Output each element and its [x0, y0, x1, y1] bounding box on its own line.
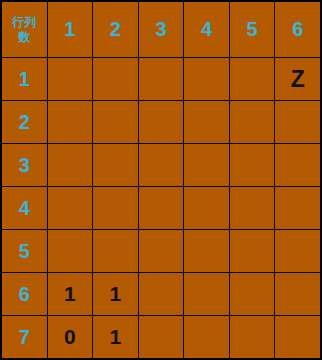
row-header-4: 4	[2, 187, 47, 229]
corner-label-line2: 数	[18, 30, 30, 45]
cell-r7-c6[interactable]	[275, 316, 320, 358]
cell-r3-c4[interactable]	[184, 144, 229, 186]
corner-label-line1: 行列	[12, 15, 36, 30]
cell-r2-c6[interactable]	[275, 101, 320, 143]
cell-r5-c4[interactable]	[184, 230, 229, 272]
cell-r1-c1[interactable]	[48, 58, 93, 100]
row-header-3: 3	[2, 144, 47, 186]
cell-r3-c6[interactable]	[275, 144, 320, 186]
cell-r7-c3[interactable]	[139, 316, 184, 358]
cell-r2-c4[interactable]	[184, 101, 229, 143]
cell-r7-c2[interactable]: 1	[93, 316, 138, 358]
row-header-7: 7	[2, 316, 47, 358]
row-header-5: 5	[2, 230, 47, 272]
cell-r4-c1[interactable]	[48, 187, 93, 229]
col-header-3: 3	[139, 2, 184, 57]
cell-r5-c1[interactable]	[48, 230, 93, 272]
cell-r5-c5[interactable]	[230, 230, 275, 272]
col-header-1: 1	[48, 2, 93, 57]
col-header-5: 5	[230, 2, 275, 57]
cell-r4-c6[interactable]	[275, 187, 320, 229]
cell-r7-c1[interactable]: 0	[48, 316, 93, 358]
cell-r5-c2[interactable]	[93, 230, 138, 272]
cell-r1-c2[interactable]	[93, 58, 138, 100]
cell-r4-c3[interactable]	[139, 187, 184, 229]
cell-r2-c1[interactable]	[48, 101, 93, 143]
cell-r7-c4[interactable]	[184, 316, 229, 358]
cell-r6-c6[interactable]	[275, 273, 320, 315]
cell-r5-c3[interactable]	[139, 230, 184, 272]
cell-r2-c5[interactable]	[230, 101, 275, 143]
cell-r6-c3[interactable]	[139, 273, 184, 315]
cell-r5-c6[interactable]	[275, 230, 320, 272]
cell-r4-c5[interactable]	[230, 187, 275, 229]
row-header-6: 6	[2, 273, 47, 315]
cell-r4-c2[interactable]	[93, 187, 138, 229]
cell-r2-c3[interactable]	[139, 101, 184, 143]
cell-r3-c3[interactable]	[139, 144, 184, 186]
cell-r3-c1[interactable]	[48, 144, 93, 186]
cell-r2-c2[interactable]	[93, 101, 138, 143]
puzzle-board: 行列数1234561Z2345611701	[0, 0, 322, 360]
cell-r6-c1[interactable]: 1	[48, 273, 93, 315]
cell-r3-c5[interactable]	[230, 144, 275, 186]
cell-r7-c5[interactable]	[230, 316, 275, 358]
cell-r1-c4[interactable]	[184, 58, 229, 100]
corner-label-cell: 行列数	[2, 2, 47, 57]
cell-r6-c2[interactable]: 1	[93, 273, 138, 315]
col-header-2: 2	[93, 2, 138, 57]
row-header-2: 2	[2, 101, 47, 143]
cell-r4-c4[interactable]	[184, 187, 229, 229]
row-header-1: 1	[2, 58, 47, 100]
cell-r6-c4[interactable]	[184, 273, 229, 315]
cell-r1-c3[interactable]	[139, 58, 184, 100]
cell-r3-c2[interactable]	[93, 144, 138, 186]
cell-r6-c5[interactable]	[230, 273, 275, 315]
col-header-6: 6	[275, 2, 320, 57]
cell-r1-c6[interactable]: Z	[275, 58, 320, 100]
col-header-4: 4	[184, 2, 229, 57]
cell-r1-c5[interactable]	[230, 58, 275, 100]
